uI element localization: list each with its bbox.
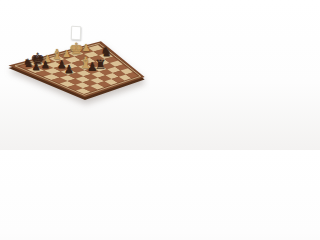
chess-board [0, 0, 150, 150]
price-tag [71, 26, 81, 40]
chessboard-photo: ♞♚♟♝♟♚♟♟♟♟♞♟♝♟♜ [0, 0, 150, 150]
